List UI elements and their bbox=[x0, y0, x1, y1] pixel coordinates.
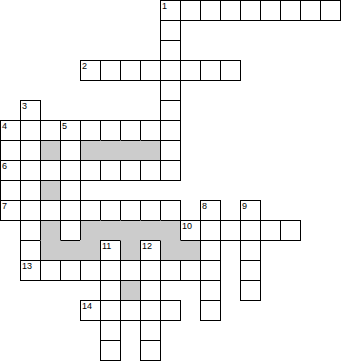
shaded-cell-r9c2[interactable] bbox=[40, 180, 61, 201]
cell-r10c6[interactable] bbox=[120, 200, 141, 221]
cell-r9c3[interactable] bbox=[60, 180, 81, 201]
cell-r12c10[interactable] bbox=[200, 240, 221, 261]
cell-r8c5[interactable] bbox=[100, 160, 121, 181]
cell-r13c12[interactable] bbox=[240, 260, 261, 281]
cell-r0c11[interactable] bbox=[220, 0, 241, 21]
cell-r6c4[interactable] bbox=[80, 120, 101, 141]
clue-number-1: 1 bbox=[162, 1, 167, 11]
cell-r3c8[interactable] bbox=[160, 60, 181, 81]
cell-r9c0[interactable] bbox=[0, 180, 21, 201]
clue-number-4: 4 bbox=[2, 121, 7, 131]
cell-r6c7[interactable] bbox=[140, 120, 161, 141]
shaded-cell-r11c7[interactable] bbox=[140, 220, 161, 241]
cell-r15c7[interactable] bbox=[140, 300, 161, 321]
cell-r8c4[interactable] bbox=[80, 160, 101, 181]
cell-r13c7[interactable] bbox=[140, 260, 161, 281]
cell-r0c13[interactable] bbox=[260, 0, 281, 21]
cell-r11c1[interactable] bbox=[20, 220, 41, 241]
cell-r8c1[interactable] bbox=[20, 160, 41, 181]
cell-r13c4[interactable] bbox=[80, 260, 101, 281]
cell-r12c1[interactable] bbox=[20, 240, 41, 261]
clue-number-10: 10 bbox=[182, 221, 192, 231]
cell-r10c12[interactable]: 9 bbox=[240, 200, 261, 221]
cell-r8c0[interactable]: 6 bbox=[0, 160, 21, 181]
cell-r7c1[interactable] bbox=[20, 140, 41, 161]
shaded-cell-r7c7[interactable] bbox=[140, 140, 161, 161]
cell-r16c5[interactable] bbox=[100, 320, 121, 341]
cell-r7c0[interactable] bbox=[0, 140, 21, 161]
cell-r13c5[interactable] bbox=[100, 260, 121, 281]
cell-r6c8[interactable] bbox=[160, 120, 181, 141]
cell-r3c11[interactable] bbox=[220, 60, 241, 81]
cell-r0c8[interactable]: 1 bbox=[160, 0, 181, 21]
cell-r15c4[interactable]: 14 bbox=[80, 300, 101, 321]
cell-r13c9[interactable] bbox=[180, 260, 201, 281]
shaded-cell-r11c8[interactable] bbox=[160, 220, 181, 241]
cell-r14c10[interactable] bbox=[200, 280, 221, 301]
cell-r1c8[interactable] bbox=[160, 20, 181, 41]
cell-r6c2[interactable] bbox=[40, 120, 61, 141]
clue-number-14: 14 bbox=[82, 301, 92, 311]
cell-r6c1[interactable] bbox=[20, 120, 41, 141]
cell-r5c8[interactable] bbox=[160, 100, 181, 121]
cell-r17c7[interactable] bbox=[140, 340, 161, 361]
cell-r13c8[interactable] bbox=[160, 260, 181, 281]
cell-r9c1[interactable] bbox=[20, 180, 41, 201]
shaded-cell-r11c6[interactable] bbox=[120, 220, 141, 241]
cell-r14c5[interactable] bbox=[100, 280, 121, 301]
cell-r13c3[interactable] bbox=[60, 260, 81, 281]
cell-r11c14[interactable] bbox=[280, 220, 301, 241]
clue-number-3: 3 bbox=[22, 101, 27, 111]
cell-r8c6[interactable] bbox=[120, 160, 141, 181]
shaded-cell-r12c4[interactable] bbox=[80, 240, 101, 261]
cell-r10c1[interactable] bbox=[20, 200, 41, 221]
cell-r13c1[interactable]: 13 bbox=[20, 260, 41, 281]
cell-r10c8[interactable] bbox=[160, 200, 181, 221]
cell-r0c10[interactable] bbox=[200, 0, 221, 21]
cell-r0c14[interactable] bbox=[280, 0, 301, 21]
clue-number-5: 5 bbox=[62, 121, 67, 131]
cell-r10c0[interactable]: 7 bbox=[0, 200, 21, 221]
clue-number-2: 2 bbox=[82, 61, 87, 71]
clue-number-13: 13 bbox=[22, 261, 32, 271]
cell-r6c6[interactable] bbox=[120, 120, 141, 141]
shaded-cell-r11c4[interactable] bbox=[80, 220, 101, 241]
cell-r7c8[interactable] bbox=[160, 140, 181, 161]
cell-r0c12[interactable] bbox=[240, 0, 261, 21]
cell-r4c8[interactable] bbox=[160, 80, 181, 101]
cell-r0c16[interactable] bbox=[320, 0, 341, 21]
cell-r10c7[interactable] bbox=[140, 200, 161, 221]
cell-r2c8[interactable] bbox=[160, 40, 181, 61]
shaded-cell-r12c9[interactable] bbox=[180, 240, 201, 261]
shaded-cell-r12c8[interactable] bbox=[160, 240, 181, 261]
cell-r3c6[interactable] bbox=[120, 60, 141, 81]
cell-r0c9[interactable] bbox=[180, 0, 201, 21]
shaded-cell-r14c6[interactable] bbox=[120, 280, 141, 301]
cell-r10c5[interactable] bbox=[100, 200, 121, 221]
shaded-cell-r11c2[interactable] bbox=[40, 220, 61, 241]
shaded-cell-r12c2[interactable] bbox=[40, 240, 61, 261]
cell-r8c2[interactable] bbox=[40, 160, 61, 181]
cell-r8c7[interactable] bbox=[140, 160, 161, 181]
cell-r11c9[interactable]: 10 bbox=[180, 220, 201, 241]
cell-r15c10[interactable] bbox=[200, 300, 221, 321]
cell-r15c5[interactable] bbox=[100, 300, 121, 321]
cell-r14c7[interactable] bbox=[140, 280, 161, 301]
cell-r8c3[interactable] bbox=[60, 160, 81, 181]
cell-r15c8[interactable] bbox=[160, 300, 181, 321]
cell-r6c5[interactable] bbox=[100, 120, 121, 141]
cell-r13c2[interactable] bbox=[40, 260, 61, 281]
cell-r11c3[interactable] bbox=[60, 220, 81, 241]
shaded-cell-r11c5[interactable] bbox=[100, 220, 121, 241]
cell-r11c13[interactable] bbox=[260, 220, 281, 241]
cell-r3c7[interactable] bbox=[140, 60, 161, 81]
shaded-cell-r7c6[interactable] bbox=[120, 140, 141, 161]
clue-number-7: 7 bbox=[2, 201, 7, 211]
shaded-cell-r7c4[interactable] bbox=[80, 140, 101, 161]
clue-number-6: 6 bbox=[2, 161, 7, 171]
cell-r0c15[interactable] bbox=[300, 0, 321, 21]
clue-number-8: 8 bbox=[202, 201, 207, 211]
cell-r3c5[interactable] bbox=[100, 60, 121, 81]
cell-r6c3[interactable]: 5 bbox=[60, 120, 81, 141]
cell-r11c11[interactable] bbox=[220, 220, 241, 241]
crossword-grid: 1234567891011121314 bbox=[0, 0, 341, 361]
cell-r14c12[interactable] bbox=[240, 280, 261, 301]
clue-number-11: 11 bbox=[102, 241, 111, 251]
shaded-cell-r7c2[interactable] bbox=[40, 140, 61, 161]
cell-r12c5[interactable]: 11 bbox=[100, 240, 121, 261]
cell-r12c12[interactable] bbox=[240, 240, 261, 261]
cell-r16c7[interactable] bbox=[140, 320, 161, 341]
cell-r10c3[interactable] bbox=[60, 200, 81, 221]
cell-r10c2[interactable] bbox=[40, 200, 61, 221]
cell-r7c3[interactable] bbox=[60, 140, 81, 161]
cell-r11c10[interactable] bbox=[200, 220, 221, 241]
clue-number-9: 9 bbox=[242, 201, 247, 211]
cell-r11c12[interactable] bbox=[240, 220, 261, 241]
cell-r12c7[interactable]: 12 bbox=[140, 240, 161, 261]
cell-r10c4[interactable] bbox=[80, 200, 101, 221]
cell-r5c1[interactable]: 3 bbox=[20, 100, 41, 121]
cell-r10c10[interactable]: 8 bbox=[200, 200, 221, 221]
shaded-cell-r12c3[interactable] bbox=[60, 240, 81, 261]
cell-r13c6[interactable] bbox=[120, 260, 141, 281]
cell-r3c10[interactable] bbox=[200, 60, 221, 81]
shaded-cell-r12c6[interactable] bbox=[120, 240, 141, 261]
cell-r3c4[interactable]: 2 bbox=[80, 60, 101, 81]
cell-r13c10[interactable] bbox=[200, 260, 221, 281]
cell-r3c9[interactable] bbox=[180, 60, 201, 81]
cell-r8c8[interactable] bbox=[160, 160, 181, 181]
cell-r17c5[interactable] bbox=[100, 340, 121, 361]
cell-r15c6[interactable] bbox=[120, 300, 141, 321]
clue-number-12: 12 bbox=[142, 241, 152, 251]
cell-r6c0[interactable]: 4 bbox=[0, 120, 21, 141]
shaded-cell-r7c5[interactable] bbox=[100, 140, 121, 161]
